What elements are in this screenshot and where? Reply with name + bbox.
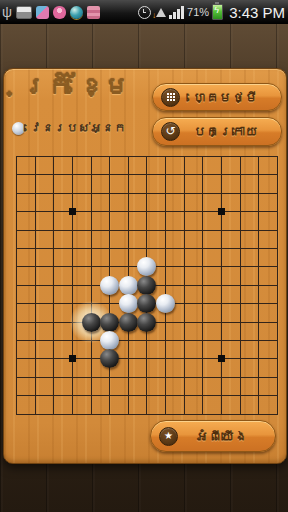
star-icon: ★ bbox=[159, 427, 178, 446]
star-point bbox=[69, 355, 76, 362]
mobile-data-icon: ↓ bbox=[154, 6, 166, 18]
app-icon-pink-blue bbox=[36, 6, 49, 19]
status-bar-left: ψ bbox=[0, 5, 138, 19]
new-game-label: ហ្គេមថ្មី bbox=[180, 90, 281, 105]
stone-black bbox=[82, 313, 101, 332]
alarm-icon bbox=[138, 6, 151, 19]
status-bar: ψ ↓ 71% ϟ 3:43 PM bbox=[0, 0, 288, 24]
usb-icon: ψ bbox=[2, 5, 12, 19]
browser-globe-icon bbox=[70, 6, 83, 19]
star-point bbox=[69, 208, 76, 215]
star-point bbox=[218, 208, 225, 215]
grid-dots-icon bbox=[161, 88, 180, 107]
undo-arrow-icon: ↺ bbox=[161, 122, 180, 141]
stone-white bbox=[119, 294, 138, 313]
app-icon-pink-person bbox=[53, 6, 66, 19]
undo-label: បកក្រោយ bbox=[180, 124, 281, 139]
game-title: ក្រ៍ ខ្មែ bbox=[20, 72, 132, 101]
stone-white bbox=[100, 276, 119, 295]
app-icon-pink bbox=[87, 6, 100, 19]
battery-percent: 71% bbox=[187, 6, 209, 18]
clock-time: 3:43 PM bbox=[226, 4, 285, 21]
gallery-icon bbox=[16, 6, 32, 19]
stone-white bbox=[119, 276, 138, 295]
turn-indicator: វេនរបស់អ្នក bbox=[12, 121, 126, 135]
player-stone-icon bbox=[12, 122, 25, 135]
stone-black bbox=[119, 313, 138, 332]
about-label: អំពីយើង bbox=[178, 429, 275, 444]
new-game-button[interactable]: ហ្គេមថ្មី bbox=[152, 83, 282, 111]
stone-black bbox=[137, 313, 156, 332]
signal-strength-icon bbox=[169, 6, 184, 19]
stone-black bbox=[100, 313, 119, 332]
turn-label: វេនរបស់អ្នក bbox=[30, 121, 126, 135]
star-point bbox=[218, 355, 225, 362]
status-bar-right: ↓ 71% ϟ 3:43 PM bbox=[138, 4, 288, 21]
battery-charging-icon: ϟ bbox=[212, 4, 223, 20]
undo-button[interactable]: ↺ បកក្រោយ bbox=[152, 117, 282, 146]
about-button[interactable]: ★ អំពីយើង bbox=[150, 420, 276, 452]
app-screen: ψ ↓ 71% ϟ 3:43 PM ក្រ៍ ខ្មែ វេនរបស់អ bbox=[0, 0, 288, 512]
